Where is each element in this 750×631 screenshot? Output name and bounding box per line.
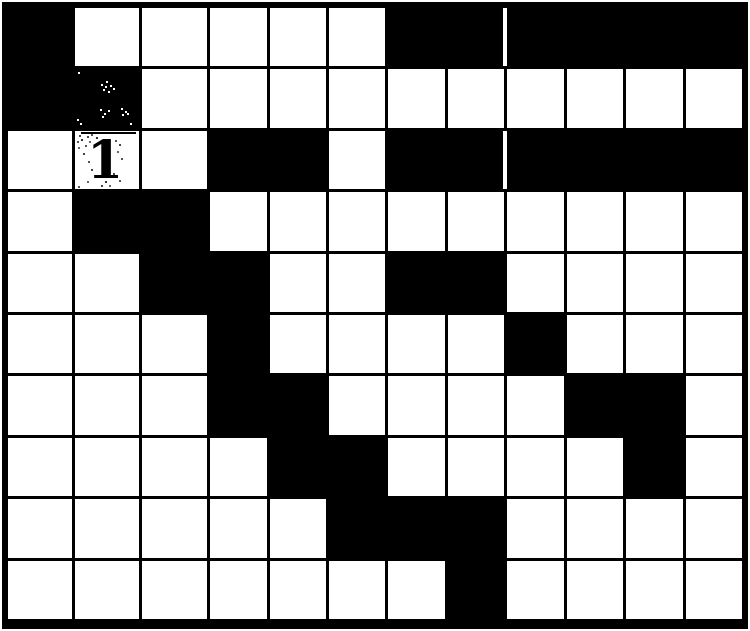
cell-r6c1[interactable] [8, 315, 72, 373]
cell-r9c9[interactable] [507, 499, 563, 557]
block-cell-r9c6 [329, 499, 385, 557]
cell-r1c2[interactable] [75, 8, 139, 66]
cell-r7c3[interactable] [142, 376, 207, 434]
block-cell-r5c8 [448, 254, 504, 312]
cell-r10c6[interactable] [329, 561, 385, 619]
cell-r8c1[interactable] [8, 438, 72, 496]
cell-r6c2[interactable] [75, 315, 139, 373]
cell-r4c5[interactable] [270, 192, 326, 250]
cell-r5c11[interactable] [626, 254, 682, 312]
cell-r5c12[interactable] [686, 254, 742, 312]
cell-r8c9[interactable] [507, 438, 563, 496]
block-cell-r6c4 [210, 315, 266, 373]
cell-r4c9[interactable] [507, 192, 563, 250]
cell-r9c4[interactable] [210, 499, 266, 557]
cell-r5c2[interactable] [75, 254, 139, 312]
cell-r10c4[interactable] [210, 561, 266, 619]
block-cell-r9c8 [448, 499, 504, 557]
cell-r2c10[interactable] [567, 69, 623, 127]
cell-r7c12[interactable] [686, 376, 742, 434]
scan-noise-white [75, 69, 77, 71]
block-cell-r3c5 [270, 131, 326, 189]
cell-r8c4[interactable] [210, 438, 266, 496]
clue-number: 1 [75, 131, 139, 189]
cell-r2c7[interactable] [388, 69, 444, 127]
cell-r2c9[interactable] [507, 69, 563, 127]
cell-r10c1[interactable] [8, 561, 72, 619]
cell-r4c1[interactable] [8, 192, 72, 250]
block-cell-r3c4 [210, 131, 266, 189]
block-cell-r4c2 [75, 192, 139, 250]
block-cell-r7c5 [270, 376, 326, 434]
cell-r4c11[interactable] [626, 192, 682, 250]
cell-r10c10[interactable] [567, 561, 623, 619]
block-cell-r6c9 [507, 315, 563, 373]
cell-r6c5[interactable] [270, 315, 326, 373]
cell-r7c8[interactable] [448, 376, 504, 434]
block-cell-r5c4 [210, 254, 266, 312]
cell-r3c2[interactable]: 1 [75, 131, 139, 189]
cell-r7c1[interactable] [8, 376, 72, 434]
cell-r9c2[interactable] [75, 499, 139, 557]
cell-r1c5[interactable] [270, 8, 326, 66]
cell-r3c6[interactable] [329, 131, 385, 189]
block-cell-r1c9 [507, 8, 563, 66]
cell-r10c12[interactable] [686, 561, 742, 619]
block-cell-r8c6 [329, 438, 385, 496]
cell-r9c10[interactable] [567, 499, 623, 557]
block-cell-r9c7 [388, 499, 444, 557]
block-cell-r5c7 [388, 254, 444, 312]
cell-r6c12[interactable] [686, 315, 742, 373]
cell-r10c3[interactable] [142, 561, 207, 619]
cell-r2c8[interactable] [448, 69, 504, 127]
cell-r8c10[interactable] [567, 438, 623, 496]
cell-r2c3[interactable] [142, 69, 207, 127]
cell-r2c11[interactable] [626, 69, 682, 127]
crossword-board: 1 [2, 2, 748, 629]
cell-r10c11[interactable] [626, 561, 682, 619]
cell-r1c6[interactable] [329, 8, 385, 66]
block-cell-r3c11 [626, 131, 682, 189]
cell-r6c8[interactable] [448, 315, 504, 373]
cell-r3c3[interactable] [142, 131, 207, 189]
page: 1 [0, 0, 750, 631]
cell-r2c5[interactable] [270, 69, 326, 127]
cell-r5c9[interactable] [507, 254, 563, 312]
block-cell-r3c9 [507, 131, 563, 189]
block-cell-r1c1 [8, 8, 72, 66]
cell-r8c12[interactable] [686, 438, 742, 496]
cell-r8c3[interactable] [142, 438, 207, 496]
cell-r10c2[interactable] [75, 561, 139, 619]
cell-r2c4[interactable] [210, 69, 266, 127]
block-cell-r4c3 [142, 192, 207, 250]
cell-r6c3[interactable] [142, 315, 207, 373]
cell-r8c7[interactable] [388, 438, 444, 496]
cell-r10c7[interactable] [388, 561, 444, 619]
cell-r6c6[interactable] [329, 315, 385, 373]
cell-r4c4[interactable] [210, 192, 266, 250]
cell-r6c10[interactable] [567, 315, 623, 373]
block-cell-r7c4 [210, 376, 266, 434]
cell-r3c1[interactable] [8, 131, 72, 189]
block-cell-r3c7 [388, 131, 444, 189]
block-cell-r1c12 [686, 8, 742, 66]
cell-r9c5[interactable] [270, 499, 326, 557]
block-cell-r1c11 [626, 8, 682, 66]
block-cell-r2c2 [75, 69, 139, 127]
block-cell-r10c8 [448, 561, 504, 619]
cell-r9c3[interactable] [142, 499, 207, 557]
cell-r9c11[interactable] [626, 499, 682, 557]
cell-r1c3[interactable] [142, 8, 207, 66]
cell-r4c7[interactable] [388, 192, 444, 250]
cell-r7c9[interactable] [507, 376, 563, 434]
cell-r7c6[interactable] [329, 376, 385, 434]
block-cell-r1c10 [567, 8, 623, 66]
cell-r6c11[interactable] [626, 315, 682, 373]
block-cell-r8c11 [626, 438, 682, 496]
block-cell-r3c10 [567, 131, 623, 189]
cell-r5c10[interactable] [567, 254, 623, 312]
block-cell-r7c11 [626, 376, 682, 434]
cell-r4c8[interactable] [448, 192, 504, 250]
cell-r1c4[interactable] [210, 8, 266, 66]
cell-r4c10[interactable] [567, 192, 623, 250]
cell-r4c12[interactable] [686, 192, 742, 250]
block-cell-r3c12 [686, 131, 742, 189]
cell-r7c7[interactable] [388, 376, 444, 434]
cell-r5c5[interactable] [270, 254, 326, 312]
cell-r2c6[interactable] [329, 69, 385, 127]
cell-r7c2[interactable] [75, 376, 139, 434]
cell-r2c12[interactable] [686, 69, 742, 127]
cell-r10c5[interactable] [270, 561, 326, 619]
block-cell-r8c5 [270, 438, 326, 496]
cell-r8c2[interactable] [75, 438, 139, 496]
block-cell-r1c7 [388, 8, 444, 66]
block-cell-r5c3 [142, 254, 207, 312]
block-cell-r7c10 [567, 376, 623, 434]
cell-r4c6[interactable] [329, 192, 385, 250]
cell-r5c6[interactable] [329, 254, 385, 312]
block-cell-r3c8 [448, 131, 504, 189]
block-cell-r1c8 [448, 8, 504, 66]
cell-r8c8[interactable] [448, 438, 504, 496]
cell-r9c1[interactable] [8, 499, 72, 557]
block-cell-r2c1 [8, 69, 72, 127]
cell-r5c1[interactable] [8, 254, 72, 312]
cell-r9c12[interactable] [686, 499, 742, 557]
cell-r6c7[interactable] [388, 315, 444, 373]
cell-r10c9[interactable] [507, 561, 563, 619]
